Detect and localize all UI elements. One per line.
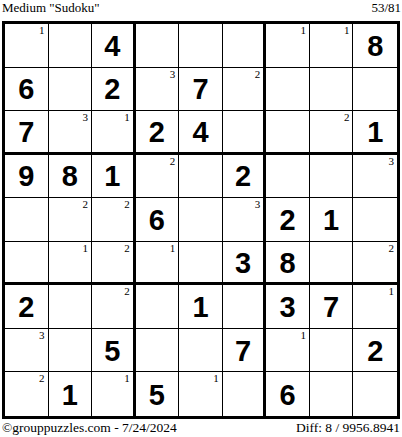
cell-value: 4: [104, 32, 120, 61]
cell-r1c7[interactable]: 1: [266, 24, 310, 68]
cell-r6c1[interactable]: [5, 242, 49, 286]
pencil-mark: 2: [124, 198, 130, 211]
pencil-mark: 3: [170, 68, 176, 81]
cell-value: 2: [280, 206, 296, 235]
cell-r8c9[interactable]: 2: [353, 329, 397, 373]
pencil-mark: 2: [39, 372, 45, 385]
cell-value: 2: [18, 293, 34, 322]
pencil-mark: 1: [39, 24, 45, 37]
cell-r2c3[interactable]: 2: [92, 68, 136, 112]
cell-value: 6: [18, 75, 34, 104]
pencil-mark: 1: [300, 24, 306, 37]
puzzle-title: Medium "Sudoku": [2, 0, 100, 16]
pencil-mark: 2: [255, 68, 261, 81]
cell-value: 1: [192, 293, 208, 322]
cell-r7c1[interactable]: 2: [5, 285, 49, 329]
cell-r1c1[interactable]: 1: [5, 24, 49, 68]
pencil-mark: 1: [300, 329, 306, 342]
cell-r8c5[interactable]: [179, 329, 223, 373]
header: Medium "Sudoku" 53/81: [2, 0, 401, 18]
cell-r1c6[interactable]: [223, 24, 267, 68]
cell-r7c8[interactable]: 7: [310, 285, 354, 329]
cell-r9c5[interactable]: 1: [179, 372, 223, 416]
cell-r3c9[interactable]: 1: [353, 111, 397, 155]
cell-r7c5[interactable]: 1: [179, 285, 223, 329]
pencil-mark: 2: [389, 242, 395, 255]
cell-r6c6[interactable]: 3: [223, 242, 267, 286]
cell-r7c6[interactable]: [223, 285, 267, 329]
cell-r1c9[interactable]: 8: [353, 24, 397, 68]
cell-r8c6[interactable]: 7: [223, 329, 267, 373]
cell-r9c8[interactable]: [310, 372, 354, 416]
cell-r9c6[interactable]: [223, 372, 267, 416]
cell-value: 9: [18, 162, 34, 191]
cell-r5c5[interactable]: [179, 198, 223, 242]
pencil-mark: 3: [255, 198, 261, 211]
cell-r2c6[interactable]: 2: [223, 68, 267, 112]
cell-r8c7[interactable]: 1: [266, 329, 310, 373]
cell-r4c3[interactable]: 1: [92, 155, 136, 199]
cell-r8c3[interactable]: 5: [92, 329, 136, 373]
cell-r3c2[interactable]: 3: [49, 111, 93, 155]
cell-value: 8: [367, 32, 383, 61]
sudoku-grid: 1411862372731242198122322632112138222137…: [2, 21, 400, 419]
cell-r4c4[interactable]: 2: [136, 155, 180, 199]
cell-r4c8[interactable]: [310, 155, 354, 199]
cell-r4c7[interactable]: [266, 155, 310, 199]
cell-value: 2: [235, 162, 251, 191]
cell-value: 8: [62, 162, 78, 191]
pencil-mark: 3: [39, 329, 45, 342]
cell-r1c3[interactable]: 4: [92, 24, 136, 68]
cell-r6c2[interactable]: 1: [49, 242, 93, 286]
cell-r7c7[interactable]: 3: [266, 285, 310, 329]
cell-r7c4[interactable]: [136, 285, 180, 329]
cell-value: 4: [192, 118, 208, 147]
cell-value: 1: [104, 162, 120, 191]
pencil-mark: 1: [213, 372, 219, 385]
cell-r5c8[interactable]: 1: [310, 198, 354, 242]
cell-r9c1[interactable]: 2: [5, 372, 49, 416]
cell-r7c9[interactable]: 1: [353, 285, 397, 329]
cell-r5c9[interactable]: [353, 198, 397, 242]
cell-r3c1[interactable]: 7: [5, 111, 49, 155]
cell-r9c4[interactable]: 5: [136, 372, 180, 416]
cell-value: 2: [149, 118, 165, 147]
cell-r1c2[interactable]: [49, 24, 93, 68]
cell-r6c7[interactable]: 8: [266, 242, 310, 286]
cell-value: 3: [235, 249, 251, 278]
cell-r8c2[interactable]: [49, 329, 93, 373]
progress-counter: 53/81: [371, 0, 401, 16]
cell-value: 3: [280, 293, 296, 322]
cell-value: 1: [367, 118, 383, 147]
cell-r5c2[interactable]: 2: [49, 198, 93, 242]
cell-r7c3[interactable]: 2: [92, 285, 136, 329]
cell-r2c1[interactable]: 6: [5, 68, 49, 112]
pencil-mark: 1: [124, 111, 130, 124]
cell-r8c4[interactable]: [136, 329, 180, 373]
cell-r1c4[interactable]: [136, 24, 180, 68]
cell-r1c5[interactable]: [179, 24, 223, 68]
cell-value: 2: [367, 337, 383, 366]
cell-value: 7: [235, 337, 251, 366]
cell-r4c5[interactable]: [179, 155, 223, 199]
copyright-credit: ©grouppuzzles.com - 7/24/2024: [2, 420, 177, 436]
cell-r6c3[interactable]: 2: [92, 242, 136, 286]
cell-r4c6[interactable]: 2: [223, 155, 267, 199]
cell-value: 1: [323, 206, 339, 235]
pencil-mark: 1: [170, 242, 176, 255]
cell-value: 5: [104, 337, 120, 366]
cell-r3c4[interactable]: 2: [136, 111, 180, 155]
cell-r2c2[interactable]: [49, 68, 93, 112]
cell-value: 2: [104, 75, 120, 104]
pencil-mark: 2: [124, 285, 130, 298]
difficulty-label: Diff: 8 / 9956.8941: [296, 420, 400, 436]
pencil-mark: 3: [389, 155, 395, 168]
cell-r2c5[interactable]: 7: [179, 68, 223, 112]
cell-r6c4[interactable]: 1: [136, 242, 180, 286]
cell-r9c9[interactable]: [353, 372, 397, 416]
cell-r5c3[interactable]: 2: [92, 198, 136, 242]
cell-r3c6[interactable]: [223, 111, 267, 155]
cell-r9c7[interactable]: 6: [266, 372, 310, 416]
footer: ©grouppuzzles.com - 7/24/2024 Diff: 8 / …: [2, 419, 400, 436]
cell-r7c2[interactable]: [49, 285, 93, 329]
cell-value: 8: [280, 249, 296, 278]
cell-value: 7: [192, 75, 208, 104]
cell-value: 5: [149, 381, 165, 410]
cell-r5c6[interactable]: 3: [223, 198, 267, 242]
cell-r3c3[interactable]: 1: [92, 111, 136, 155]
cell-r8c8[interactable]: [310, 329, 354, 373]
cell-r2c7[interactable]: [266, 68, 310, 112]
cell-r8c1[interactable]: 3: [5, 329, 49, 373]
cell-r5c7[interactable]: 2: [266, 198, 310, 242]
pencil-mark: 1: [83, 242, 89, 255]
cell-r4c9[interactable]: 3: [353, 155, 397, 199]
pencil-mark: 3: [83, 111, 89, 124]
cell-value: 7: [18, 118, 34, 147]
cell-r2c9[interactable]: [353, 68, 397, 112]
cell-r9c3[interactable]: 1: [92, 372, 136, 416]
cell-r4c2[interactable]: 8: [49, 155, 93, 199]
pencil-mark: 2: [170, 155, 176, 168]
cell-value: 7: [323, 293, 339, 322]
cell-r3c8[interactable]: 2: [310, 111, 354, 155]
cell-r3c5[interactable]: 4: [179, 111, 223, 155]
pencil-mark: 2: [344, 111, 350, 124]
cell-r5c1[interactable]: [5, 198, 49, 242]
pencil-mark: 2: [124, 242, 130, 255]
pencil-mark: 1: [344, 24, 350, 37]
cell-r6c8[interactable]: [310, 242, 354, 286]
pencil-mark: 1: [124, 372, 130, 385]
cell-r6c9[interactable]: 2: [353, 242, 397, 286]
pencil-mark: 1: [389, 285, 395, 298]
cell-r2c8[interactable]: [310, 68, 354, 112]
cell-r2c4[interactable]: 3: [136, 68, 180, 112]
cell-r3c7[interactable]: [266, 111, 310, 155]
cell-r9c2[interactable]: 1: [49, 372, 93, 416]
cell-r6c5[interactable]: [179, 242, 223, 286]
pencil-mark: 2: [83, 198, 89, 211]
cell-r4c1[interactable]: 9: [5, 155, 49, 199]
cell-value: 1: [62, 381, 78, 410]
cell-value: 6: [149, 206, 165, 235]
cell-value: 6: [280, 381, 296, 410]
cell-r1c8[interactable]: 1: [310, 24, 354, 68]
cell-r5c4[interactable]: 6: [136, 198, 180, 242]
